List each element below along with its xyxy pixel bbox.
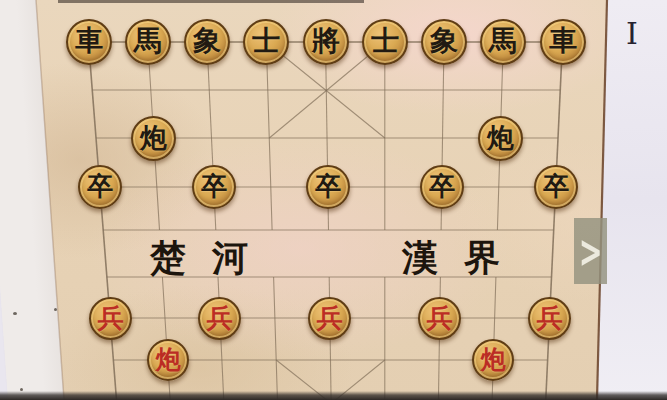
piece-glyph: 將 <box>312 27 340 55</box>
river-label-chu: 楚河 <box>149 236 274 278</box>
piece-glyph: 車 <box>549 27 577 55</box>
piece-glyph: 兵 <box>98 305 124 331</box>
piece-glyph: 炮 <box>481 347 506 372</box>
piece-glyph: 炮 <box>487 124 514 151</box>
photo-bottom-edge <box>0 391 667 400</box>
piece-red-cannon[interactable]: 炮 <box>472 339 514 381</box>
piece-red-soldier[interactable]: 兵 <box>89 297 132 340</box>
piece-glyph: 車 <box>75 27 103 55</box>
piece-glyph: 馬 <box>489 27 517 55</box>
piece-black-soldier[interactable]: 卒 <box>420 165 464 209</box>
piece-black-cannon[interactable]: 炮 <box>478 116 523 161</box>
piece-red-soldier[interactable]: 兵 <box>198 297 241 340</box>
piece-glyph: 象 <box>430 27 458 55</box>
piece-glyph: 兵 <box>537 305 563 331</box>
piece-black-elephant[interactable]: 象 <box>421 19 467 65</box>
piece-glyph: 士 <box>252 27 280 55</box>
piece-glyph: 象 <box>193 27 221 55</box>
piece-black-soldier[interactable]: 卒 <box>306 165 350 209</box>
piece-glyph: 卒 <box>315 173 341 199</box>
carousel-next-button[interactable]: > <box>574 218 607 284</box>
piece-black-general[interactable]: 將 <box>303 19 349 65</box>
piece-black-soldier[interactable]: 卒 <box>534 165 578 209</box>
piece-red-cannon[interactable]: 炮 <box>147 339 189 381</box>
piece-glyph: 卒 <box>543 173 569 199</box>
photo-top-edge <box>58 0 364 3</box>
piece-black-soldier[interactable]: 卒 <box>192 165 236 209</box>
piece-black-elephant[interactable]: 象 <box>184 19 230 65</box>
dust-speck <box>54 308 57 311</box>
paper-right-edge <box>597 0 607 400</box>
paper-left-edge <box>36 0 64 400</box>
piece-black-cannon[interactable]: 炮 <box>131 116 176 161</box>
piece-black-advisor[interactable]: 士 <box>362 19 408 65</box>
piece-black-advisor[interactable]: 士 <box>243 19 289 65</box>
piece-black-chariot[interactable]: 車 <box>540 19 586 65</box>
chevron-right-icon: > <box>579 225 603 278</box>
piece-red-soldier[interactable]: 兵 <box>308 297 351 340</box>
piece-glyph: 馬 <box>134 27 162 55</box>
photo-of-screen: 楚河 漢界 車馬象士將士象馬車炮炮卒卒卒卒卒兵兵兵兵兵炮炮 > I <box>0 0 667 400</box>
piece-black-horse[interactable]: 馬 <box>125 19 171 65</box>
piece-glyph: 兵 <box>317 305 343 331</box>
piece-glyph: 兵 <box>207 305 233 331</box>
piece-black-horse[interactable]: 馬 <box>480 19 526 65</box>
dust-speck <box>13 312 17 315</box>
page-text-fragment: I <box>626 16 638 51</box>
piece-glyph: 炮 <box>156 347 181 372</box>
piece-glyph: 卒 <box>87 173 113 199</box>
piece-glyph: 士 <box>371 27 399 55</box>
piece-glyph: 卒 <box>201 173 227 199</box>
piece-glyph: 卒 <box>429 173 455 199</box>
piece-red-soldier[interactable]: 兵 <box>528 297 571 340</box>
piece-black-soldier[interactable]: 卒 <box>78 165 122 209</box>
piece-glyph: 炮 <box>140 124 167 151</box>
river-label-han: 漢界 <box>401 236 526 278</box>
piece-black-chariot[interactable]: 車 <box>66 19 112 65</box>
piece-glyph: 兵 <box>427 305 453 331</box>
piece-red-soldier[interactable]: 兵 <box>418 297 461 340</box>
